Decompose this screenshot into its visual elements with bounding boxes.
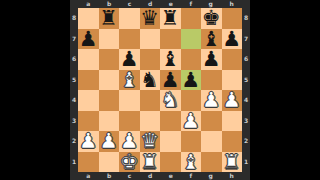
black-rook[interactable]: ♜ xyxy=(99,8,118,29)
rank-label-3: 3 xyxy=(70,111,78,132)
file-label-a: a xyxy=(78,0,99,8)
square-h4[interactable]: ♟ xyxy=(222,90,243,111)
square-e6[interactable]: ♝ xyxy=(160,49,181,70)
chess-board[interactable]: ♜♛♜♚♟♝♟♟♝♟♝♞♟♟♞♟♟♟♟♟♟♛♚♜♝♜ xyxy=(78,8,242,172)
rank-label-2: 2 xyxy=(70,131,78,152)
square-c2[interactable]: ♟ xyxy=(119,131,140,152)
square-a3[interactable] xyxy=(78,111,99,132)
square-b6[interactable] xyxy=(99,49,120,70)
square-e3[interactable] xyxy=(160,111,181,132)
square-a6[interactable] xyxy=(78,49,99,70)
square-g6[interactable]: ♟ xyxy=(201,49,222,70)
file-label-h: h xyxy=(221,0,242,8)
black-pawn[interactable]: ♟ xyxy=(222,29,241,50)
white-queen[interactable]: ♛ xyxy=(140,131,159,152)
square-a2[interactable]: ♟ xyxy=(78,131,99,152)
file-label-c: c xyxy=(119,0,139,8)
black-bishop[interactable]: ♝ xyxy=(202,29,221,50)
rank-label-4: 4 xyxy=(70,90,78,111)
black-queen[interactable]: ♛ xyxy=(140,8,159,29)
square-g8[interactable]: ♚ xyxy=(201,8,222,29)
black-pawn[interactable]: ♟ xyxy=(181,70,200,91)
square-e2[interactable] xyxy=(160,131,181,152)
square-b1[interactable] xyxy=(99,152,120,173)
square-h1[interactable]: ♜ xyxy=(222,152,243,173)
rank-label-6: 6 xyxy=(242,49,250,70)
square-g7[interactable]: ♝ xyxy=(201,29,222,50)
white-pawn[interactable]: ♟ xyxy=(181,111,200,132)
white-rook[interactable]: ♜ xyxy=(140,152,159,173)
rank-label-3: 3 xyxy=(242,111,250,132)
square-d5[interactable]: ♞ xyxy=(140,70,161,91)
square-c8[interactable] xyxy=(119,8,140,29)
black-pawn[interactable]: ♟ xyxy=(79,29,98,50)
square-d8[interactable]: ♛ xyxy=(140,8,161,29)
white-pawn[interactable]: ♟ xyxy=(202,90,221,111)
letterbox-left xyxy=(0,0,70,180)
white-pawn[interactable]: ♟ xyxy=(222,90,241,111)
square-d7[interactable] xyxy=(140,29,161,50)
rank-label-8: 8 xyxy=(70,8,78,29)
square-b4[interactable] xyxy=(99,90,120,111)
square-g1[interactable] xyxy=(201,152,222,173)
black-rook[interactable]: ♜ xyxy=(161,8,180,29)
rank-label-6: 6 xyxy=(70,49,78,70)
square-c5[interactable]: ♝ xyxy=(119,70,140,91)
square-f1[interactable]: ♝ xyxy=(181,152,202,173)
square-b8[interactable]: ♜ xyxy=(99,8,120,29)
black-bishop[interactable]: ♝ xyxy=(161,49,180,70)
rank-label-1: 1 xyxy=(70,152,78,173)
square-a8[interactable] xyxy=(78,8,99,29)
square-g3[interactable] xyxy=(201,111,222,132)
white-pawn[interactable]: ♟ xyxy=(99,131,118,152)
square-b7[interactable] xyxy=(99,29,120,50)
black-king[interactable]: ♚ xyxy=(202,8,221,29)
square-d1[interactable]: ♜ xyxy=(140,152,161,173)
square-e7[interactable] xyxy=(160,29,181,50)
square-g5[interactable] xyxy=(201,70,222,91)
square-c7[interactable] xyxy=(119,29,140,50)
square-b3[interactable] xyxy=(99,111,120,132)
rank-label-1: 1 xyxy=(242,152,250,173)
white-rook[interactable]: ♜ xyxy=(222,152,241,173)
square-c3[interactable] xyxy=(119,111,140,132)
square-a5[interactable] xyxy=(78,70,99,91)
square-b5[interactable] xyxy=(99,70,120,91)
file-label-g: g xyxy=(200,172,221,180)
square-d6[interactable] xyxy=(140,49,161,70)
square-d4[interactable] xyxy=(140,90,161,111)
square-f7[interactable] xyxy=(181,29,202,50)
rank-label-5: 5 xyxy=(70,70,78,91)
square-h2[interactable] xyxy=(222,131,243,152)
square-e4[interactable]: ♞ xyxy=(160,90,181,111)
square-f4[interactable] xyxy=(181,90,202,111)
square-f2[interactable] xyxy=(181,131,202,152)
chess-app-frame: abcdefgh abcdefgh 87654321 87654321 ♜♛♜♚… xyxy=(0,0,320,180)
file-label-f: f xyxy=(181,0,200,8)
square-d3[interactable] xyxy=(140,111,161,132)
square-f5[interactable]: ♟ xyxy=(181,70,202,91)
black-pawn[interactable]: ♟ xyxy=(202,49,221,70)
square-h5[interactable] xyxy=(222,70,243,91)
square-a4[interactable] xyxy=(78,90,99,111)
rank-label-5: 5 xyxy=(242,70,250,91)
file-label-a: a xyxy=(78,172,99,180)
square-e8[interactable]: ♜ xyxy=(160,8,181,29)
square-a1[interactable] xyxy=(78,152,99,173)
square-h3[interactable] xyxy=(222,111,243,132)
square-e5[interactable]: ♟ xyxy=(160,70,181,91)
square-h8[interactable] xyxy=(222,8,243,29)
square-f3[interactable]: ♟ xyxy=(181,111,202,132)
chess-board-frame: abcdefgh abcdefgh 87654321 87654321 ♜♛♜♚… xyxy=(70,0,250,180)
rank-label-2: 2 xyxy=(242,131,250,152)
white-bishop[interactable]: ♝ xyxy=(181,152,200,173)
white-pawn[interactable]: ♟ xyxy=(79,131,98,152)
white-king[interactable]: ♚ xyxy=(120,152,139,173)
square-c4[interactable] xyxy=(119,90,140,111)
white-knight[interactable]: ♞ xyxy=(161,90,180,111)
square-b2[interactable]: ♟ xyxy=(99,131,120,152)
square-f6[interactable] xyxy=(181,49,202,70)
file-label-b: b xyxy=(99,172,120,180)
white-pawn[interactable]: ♟ xyxy=(120,131,139,152)
rank-label-7: 7 xyxy=(242,29,250,50)
square-g4[interactable]: ♟ xyxy=(201,90,222,111)
square-g2[interactable] xyxy=(201,131,222,152)
rank-labels-right: 87654321 xyxy=(242,8,250,172)
letterbox-right xyxy=(250,0,320,180)
rank-label-8: 8 xyxy=(242,8,250,29)
square-h6[interactable] xyxy=(222,49,243,70)
black-pawn[interactable]: ♟ xyxy=(120,49,139,70)
rank-label-4: 4 xyxy=(242,90,250,111)
black-pawn[interactable]: ♟ xyxy=(161,70,180,91)
file-label-e: e xyxy=(160,172,181,180)
square-e1[interactable] xyxy=(160,152,181,173)
black-knight[interactable]: ♞ xyxy=(140,70,159,91)
square-c6[interactable]: ♟ xyxy=(119,49,140,70)
square-f8[interactable] xyxy=(181,8,202,29)
file-labels-bottom: abcdefgh xyxy=(78,172,242,180)
square-c1[interactable]: ♚ xyxy=(119,152,140,173)
rank-label-7: 7 xyxy=(70,29,78,50)
square-a7[interactable]: ♟ xyxy=(78,29,99,50)
rank-labels-left: 87654321 xyxy=(70,8,78,172)
square-h7[interactable]: ♟ xyxy=(222,29,243,50)
white-bishop[interactable]: ♝ xyxy=(120,70,139,91)
square-d2[interactable]: ♛ xyxy=(140,131,161,152)
